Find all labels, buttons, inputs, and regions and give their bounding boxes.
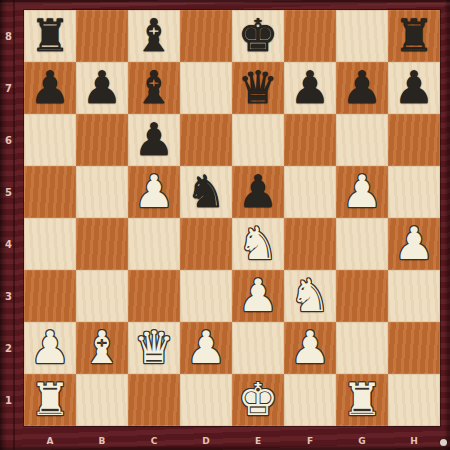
square-e7[interactable]: ♛ [232, 62, 284, 114]
rank-label-8: 8 [0, 31, 17, 42]
rank-label-7: 7 [0, 83, 17, 94]
piece-white-pawn[interactable]: ♟ [30, 325, 70, 370]
file-label-f: F [284, 436, 336, 446]
file-label-g: G [336, 436, 388, 446]
square-f7[interactable]: ♟ [284, 62, 336, 114]
square-h4[interactable]: ♟ [388, 218, 440, 270]
square-f1[interactable] [284, 374, 336, 426]
square-a8[interactable]: ♜ [24, 10, 76, 62]
chess-app: ♜♝♚♜♟♟♝♛♟♟♟♟♟♞♟♟♞♟♟♞♟♝♛♟♟♜♚♜ 87654321ABC… [0, 0, 450, 450]
square-f6[interactable] [284, 114, 336, 166]
square-g4[interactable] [336, 218, 388, 270]
piece-black-queen[interactable]: ♛ [238, 65, 278, 110]
piece-white-pawn[interactable]: ♟ [394, 221, 434, 266]
square-h3[interactable] [388, 270, 440, 322]
square-g6[interactable] [336, 114, 388, 166]
square-c7[interactable]: ♝ [128, 62, 180, 114]
square-g7[interactable]: ♟ [336, 62, 388, 114]
square-e2[interactable] [232, 322, 284, 374]
square-b2[interactable]: ♝ [76, 322, 128, 374]
square-e4[interactable]: ♞ [232, 218, 284, 270]
square-d8[interactable] [180, 10, 232, 62]
piece-white-king[interactable]: ♚ [238, 377, 278, 422]
piece-black-pawn[interactable]: ♟ [290, 65, 330, 110]
square-a7[interactable]: ♟ [24, 62, 76, 114]
square-b3[interactable] [76, 270, 128, 322]
piece-white-rook[interactable]: ♜ [30, 377, 70, 422]
square-h2[interactable] [388, 322, 440, 374]
square-e6[interactable] [232, 114, 284, 166]
piece-black-pawn[interactable]: ♟ [342, 65, 382, 110]
square-g2[interactable] [336, 322, 388, 374]
piece-white-pawn[interactable]: ♟ [186, 325, 226, 370]
square-f8[interactable] [284, 10, 336, 62]
piece-white-rook[interactable]: ♜ [342, 377, 382, 422]
square-f3[interactable]: ♞ [284, 270, 336, 322]
piece-white-queen[interactable]: ♛ [134, 325, 174, 370]
square-g1[interactable]: ♜ [336, 374, 388, 426]
square-e1[interactable]: ♚ [232, 374, 284, 426]
square-f2[interactable]: ♟ [284, 322, 336, 374]
piece-white-pawn[interactable]: ♟ [134, 169, 174, 214]
square-d7[interactable] [180, 62, 232, 114]
square-a5[interactable] [24, 166, 76, 218]
square-a6[interactable] [24, 114, 76, 166]
piece-white-pawn[interactable]: ♟ [238, 273, 278, 318]
square-c8[interactable]: ♝ [128, 10, 180, 62]
square-b4[interactable] [76, 218, 128, 270]
square-e3[interactable]: ♟ [232, 270, 284, 322]
piece-black-pawn[interactable]: ♟ [238, 169, 278, 214]
square-b8[interactable] [76, 10, 128, 62]
piece-black-pawn[interactable]: ♟ [394, 65, 434, 110]
rank-label-5: 5 [0, 187, 17, 198]
rank-label-3: 3 [0, 291, 17, 302]
file-label-h: H [388, 436, 440, 446]
logo-dot [440, 439, 447, 446]
piece-black-pawn[interactable]: ♟ [82, 65, 122, 110]
file-label-b: B [76, 436, 128, 446]
piece-black-pawn[interactable]: ♟ [134, 117, 174, 162]
square-h7[interactable]: ♟ [388, 62, 440, 114]
piece-black-king[interactable]: ♚ [238, 13, 278, 58]
rank-label-6: 6 [0, 135, 17, 146]
piece-black-bishop[interactable]: ♝ [134, 13, 174, 58]
piece-black-rook[interactable]: ♜ [394, 13, 434, 58]
square-d6[interactable] [180, 114, 232, 166]
square-d2[interactable]: ♟ [180, 322, 232, 374]
square-a2[interactable]: ♟ [24, 322, 76, 374]
piece-black-pawn[interactable]: ♟ [30, 65, 70, 110]
square-a3[interactable] [24, 270, 76, 322]
square-d4[interactable] [180, 218, 232, 270]
square-f5[interactable] [284, 166, 336, 218]
piece-white-pawn[interactable]: ♟ [290, 325, 330, 370]
square-h8[interactable]: ♜ [388, 10, 440, 62]
file-label-e: E [232, 436, 284, 446]
square-e5[interactable]: ♟ [232, 166, 284, 218]
square-g5[interactable]: ♟ [336, 166, 388, 218]
square-h1[interactable] [388, 374, 440, 426]
square-d3[interactable] [180, 270, 232, 322]
square-h5[interactable] [388, 166, 440, 218]
piece-black-knight[interactable]: ♞ [186, 169, 226, 214]
square-h6[interactable] [388, 114, 440, 166]
square-c1[interactable] [128, 374, 180, 426]
square-c2[interactable]: ♛ [128, 322, 180, 374]
chess-board: ♜♝♚♜♟♟♝♛♟♟♟♟♟♞♟♟♞♟♟♞♟♝♛♟♟♜♚♜ [24, 10, 440, 426]
square-b1[interactable] [76, 374, 128, 426]
square-a1[interactable]: ♜ [24, 374, 76, 426]
square-c4[interactable] [128, 218, 180, 270]
square-a4[interactable] [24, 218, 76, 270]
square-c3[interactable] [128, 270, 180, 322]
square-d5[interactable]: ♞ [180, 166, 232, 218]
piece-white-bishop[interactable]: ♝ [82, 325, 122, 370]
file-label-a: A [24, 436, 76, 446]
square-f4[interactable] [284, 218, 336, 270]
rank-label-1: 1 [0, 395, 17, 406]
square-c6[interactable]: ♟ [128, 114, 180, 166]
square-b5[interactable] [76, 166, 128, 218]
piece-white-knight[interactable]: ♞ [238, 221, 278, 266]
square-b6[interactable] [76, 114, 128, 166]
file-label-d: D [180, 436, 232, 446]
square-d1[interactable] [180, 374, 232, 426]
rank-label-4: 4 [0, 239, 17, 250]
file-label-c: C [128, 436, 180, 446]
square-b7[interactable]: ♟ [76, 62, 128, 114]
square-g8[interactable] [336, 10, 388, 62]
rank-label-2: 2 [0, 343, 17, 354]
square-c5[interactable]: ♟ [128, 166, 180, 218]
square-e8[interactable]: ♚ [232, 10, 284, 62]
square-g3[interactable] [336, 270, 388, 322]
piece-black-rook[interactable]: ♜ [30, 13, 70, 58]
piece-white-pawn[interactable]: ♟ [342, 169, 382, 214]
piece-white-knight[interactable]: ♞ [290, 273, 330, 318]
piece-black-bishop[interactable]: ♝ [134, 65, 174, 110]
